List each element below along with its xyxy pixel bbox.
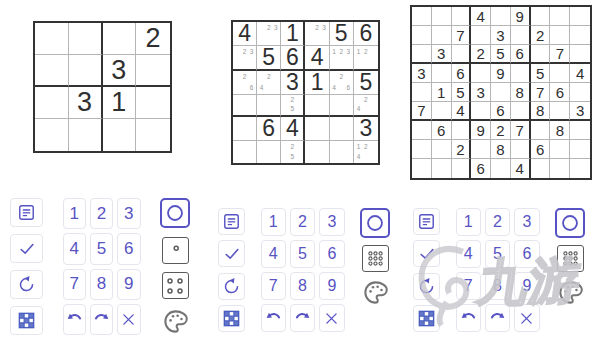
cell-r1c9[interactable] [570, 7, 590, 26]
cell-r4c1[interactable] [233, 95, 257, 117]
pencil-digit: 1 [331, 47, 338, 58]
given-digit: 5 [360, 71, 373, 94]
pencil-digit: 4 [331, 83, 338, 94]
given-digit: 5 [262, 46, 275, 69]
side-button-column [10, 198, 43, 335]
cell-r2c7[interactable]: 2 [531, 26, 551, 45]
given-digit: 3 [286, 71, 299, 94]
undo-button[interactable] [261, 304, 286, 332]
digit-2-button[interactable]: 2 [290, 208, 315, 236]
cell-r4c4[interactable] [471, 64, 491, 83]
cell-r4c2[interactable] [257, 95, 281, 117]
cell-r7c3[interactable] [452, 121, 472, 140]
digit-7-button[interactable]: 7 [261, 272, 286, 300]
cell-r3c9[interactable] [570, 45, 590, 64]
digit-8-button[interactable]: 8 [485, 272, 510, 300]
given-digit: 9 [477, 123, 485, 138]
cell-r4c5[interactable] [330, 95, 354, 117]
notes-icon [417, 212, 436, 231]
pencil-digit: 2 [265, 23, 272, 34]
digit-6-button[interactable]: 6 [117, 233, 140, 264]
cell-r1c4[interactable]: 4 [471, 7, 491, 26]
sudoku-board-6x6: 4231235623564123122624312465252464325124 [231, 20, 380, 165]
cell-r2c5[interactable]: 3 [491, 26, 511, 45]
cell-r1c1[interactable] [412, 7, 432, 26]
dice-4-button[interactable] [162, 272, 189, 299]
given-digit: 6 [536, 142, 544, 157]
cell-r6c1[interactable]: 7 [412, 102, 432, 121]
cell-r1c3[interactable] [452, 7, 472, 26]
cell-r4c4[interactable] [136, 119, 170, 151]
given-digit: 4 [576, 66, 584, 81]
pencil-digit: 2 [338, 72, 345, 83]
digit-9-button[interactable]: 9 [514, 272, 539, 300]
cell-r4c1[interactable] [35, 119, 69, 151]
x-icon [120, 311, 137, 328]
given-digit: 6 [516, 46, 524, 61]
given-digit: 7 [516, 123, 524, 138]
cell-r5c6[interactable]: 8 [511, 83, 531, 102]
given-digit: 3 [417, 66, 425, 81]
given-digit: 8 [516, 85, 524, 100]
grid-icon [222, 309, 241, 328]
cell-r2c2[interactable] [432, 26, 452, 45]
digit-1-button[interactable]: 1 [261, 208, 286, 236]
circle-icon [364, 212, 386, 234]
digit-5-button[interactable]: 5 [485, 240, 510, 268]
cell-r8c7[interactable]: 6 [531, 140, 551, 159]
cell-r2c3[interactable]: 6 [281, 46, 305, 71]
cell-r6c3[interactable]: 25 [281, 141, 305, 163]
palette-button[interactable] [557, 279, 584, 306]
mode-button-column [555, 208, 585, 332]
given-digit: 6 [262, 117, 275, 140]
cell-r7c5[interactable]: 2 [491, 121, 511, 140]
pencil-digit: 6 [248, 83, 255, 94]
cell-r2c8[interactable] [550, 26, 570, 45]
cell-r2c2[interactable] [69, 55, 103, 87]
dice-4-icon [163, 274, 187, 298]
cell-r6c8[interactable] [550, 102, 570, 121]
cell-r9c9[interactable] [570, 159, 590, 178]
palette-icon [362, 279, 389, 306]
cell-r5c5[interactable] [330, 117, 354, 141]
cell-r6c6[interactable] [511, 102, 531, 121]
digit-2-button[interactable]: 2 [90, 198, 113, 229]
cell-r4c4[interactable] [305, 95, 329, 117]
pencil-digit: 6 [345, 83, 352, 94]
given-digit: 4 [311, 46, 324, 69]
sudoku-board-9x9: 497323256736954153876746836927828664 [410, 5, 592, 180]
check-icon [17, 239, 37, 259]
digit-6-button[interactable]: 6 [319, 240, 344, 268]
number-pad: 123456789 [261, 208, 345, 332]
pencil-marks: 12 [355, 47, 377, 68]
x-icon [518, 310, 535, 327]
given-digit: 5 [536, 66, 544, 81]
pencil-digit: 5 [289, 105, 296, 114]
mode-button-column [160, 198, 190, 335]
number-pad: 123456789 [456, 208, 540, 332]
restart-icon [17, 275, 36, 294]
given-digit: 6 [477, 161, 485, 176]
number-pad: 123456789 [63, 198, 141, 335]
digit-5-button[interactable]: 5 [290, 240, 315, 268]
palette-button[interactable] [362, 279, 389, 306]
digit-5-button[interactable]: 5 [90, 233, 113, 264]
cell-r9c6[interactable]: 4 [511, 159, 531, 178]
dice-1-icon [163, 238, 187, 262]
cell-r8c3[interactable]: 2 [452, 140, 472, 159]
cell-r3c5[interactable]: 5 [491, 45, 511, 64]
cell-r2c1[interactable]: 23 [233, 46, 257, 71]
cell-r5c6[interactable]: 3 [354, 117, 378, 141]
digit-3-button[interactable]: 3 [117, 198, 140, 229]
cell-r1c5[interactable]: 5 [330, 22, 354, 46]
cell-r9c2[interactable] [432, 159, 452, 178]
check-button[interactable] [413, 240, 440, 267]
cell-r3c3[interactable]: 3 [281, 71, 305, 95]
cell-r4c9[interactable]: 4 [570, 64, 590, 83]
digit-4-button[interactable]: 4 [63, 233, 86, 264]
given-digit: 1 [311, 71, 324, 94]
cell-r1c6[interactable]: 6 [354, 22, 378, 46]
given-digit: 9 [516, 9, 524, 24]
digit-2-button[interactable]: 2 [485, 208, 510, 236]
dots-9-button[interactable] [557, 245, 584, 272]
pencil-digit: 3 [272, 23, 279, 34]
check-button[interactable] [218, 240, 245, 267]
cell-r5c3[interactable]: 5 [452, 83, 472, 102]
cell-r5c1[interactable] [412, 83, 432, 102]
pencil-marks: 23 [258, 23, 279, 44]
cell-r3c1[interactable]: 26 [233, 71, 257, 95]
restart-icon [417, 277, 436, 296]
pencil-marks: 246 [331, 72, 352, 93]
keypad-panel-4x4: 123456789 [10, 198, 190, 335]
pencil-digit: 2 [362, 47, 369, 58]
given-digit: 2 [496, 123, 504, 138]
cell-r4c6[interactable]: 24 [354, 95, 378, 117]
cell-r4c3[interactable]: 6 [452, 64, 472, 83]
cell-r9c4[interactable]: 6 [471, 159, 491, 178]
restart-button[interactable] [413, 273, 440, 300]
circle-mode-button[interactable] [555, 208, 585, 238]
cell-r4c2[interactable] [69, 119, 103, 151]
redo-button[interactable] [90, 304, 113, 335]
pencil-digit: 2 [314, 23, 321, 34]
pencil-marks: 24 [355, 96, 377, 114]
cell-r6c2[interactable] [432, 102, 452, 121]
given-digit: 8 [556, 123, 564, 138]
cell-r1c7[interactable] [531, 7, 551, 26]
cell-r6c1[interactable] [233, 141, 257, 163]
cell-r8c4[interactable] [471, 140, 491, 159]
cell-r3c6[interactable]: 6 [511, 45, 531, 64]
cell-r5c4[interactable] [305, 117, 329, 141]
cell-r3c4[interactable] [136, 87, 170, 119]
cell-r3c6[interactable]: 5 [354, 71, 378, 95]
cell-r6c9[interactable]: 3 [570, 102, 590, 121]
palette-button[interactable] [162, 308, 189, 335]
cell-r1c4[interactable]: 23 [305, 22, 329, 46]
undo-button[interactable] [63, 304, 86, 335]
cell-r3c2[interactable]: 3 [69, 87, 103, 119]
cell-r5c5[interactable] [491, 83, 511, 102]
cell-r2c3[interactable]: 3 [103, 55, 137, 87]
given-digit: 7 [417, 103, 425, 118]
given-digit: 7 [536, 85, 544, 100]
digit-1-button[interactable]: 1 [456, 208, 481, 236]
cell-r4c5[interactable]: 9 [491, 64, 511, 83]
restart-icon [222, 277, 241, 296]
pencil-digit: 1 [355, 142, 362, 152]
pencil-marks: 124 [355, 142, 377, 162]
cell-r1c3[interactable]: 1 [281, 22, 305, 46]
clear-button[interactable] [319, 304, 344, 332]
cell-r4c8[interactable] [550, 64, 570, 83]
digit-3-button[interactable]: 3 [319, 208, 344, 236]
side-button-column [218, 208, 245, 332]
cell-r6c5[interactable]: 6 [491, 102, 511, 121]
circle-mode-button[interactable] [360, 208, 390, 238]
notes-button[interactable] [413, 208, 440, 235]
cell-r7c2[interactable]: 6 [432, 121, 452, 140]
pencil-digit: 1 [355, 47, 362, 58]
cell-r1c1[interactable] [35, 23, 69, 55]
given-digit: 7 [456, 28, 464, 43]
dice-1-button[interactable] [162, 237, 189, 264]
given-digit: 6 [286, 46, 299, 69]
pencil-digit: 4 [258, 83, 265, 94]
notes-button[interactable] [10, 198, 43, 227]
clear-button[interactable] [514, 304, 539, 332]
pencil-marks: 123 [331, 47, 352, 68]
pencil-digit: 3 [248, 47, 255, 58]
grid-button[interactable] [218, 305, 245, 332]
cell-r7c4[interactable]: 9 [471, 121, 491, 140]
pencil-digit: 3 [345, 47, 352, 58]
digit-8-button[interactable]: 8 [290, 272, 315, 300]
given-digit: 2 [456, 142, 464, 157]
pencil-digit: 2 [265, 72, 272, 83]
palette-icon [557, 279, 584, 306]
given-digit: 8 [536, 103, 544, 118]
undo-arrow-icon [458, 308, 479, 329]
given-digit: 5 [456, 85, 464, 100]
given-digit: 6 [456, 66, 464, 81]
cell-r6c4[interactable] [471, 102, 491, 121]
cell-r1c2[interactable] [69, 23, 103, 55]
given-digit: 4 [516, 161, 524, 176]
cell-r8c2[interactable] [432, 140, 452, 159]
grid-button[interactable] [413, 305, 440, 332]
cell-r4c3[interactable]: 25 [281, 95, 305, 117]
pencil-digit: 2 [338, 47, 345, 58]
redo-arrow-icon [91, 309, 112, 330]
cell-r9c1[interactable] [412, 159, 432, 178]
sudoku-board-4x4: 2331 [33, 21, 172, 153]
given-digit: 4 [286, 117, 299, 140]
cell-r5c8[interactable]: 6 [550, 83, 570, 102]
cell-r2c4[interactable]: 4 [305, 46, 329, 71]
cell-r3c5[interactable]: 246 [330, 71, 354, 95]
redo-button[interactable] [290, 304, 315, 332]
cell-r1c1[interactable]: 4 [233, 22, 257, 46]
pencil-marks: 24 [258, 72, 279, 93]
cell-r3c8[interactable]: 7 [550, 45, 570, 64]
cell-r8c1[interactable] [412, 140, 432, 159]
given-digit: 5 [496, 46, 504, 61]
digit-4-button[interactable]: 4 [261, 240, 286, 268]
pencil-marks: 25 [282, 142, 302, 162]
cell-r3c2[interactable]: 3 [432, 45, 452, 64]
given-digit: 1 [286, 22, 299, 45]
cell-r9c3[interactable] [452, 159, 472, 178]
grid-button[interactable] [10, 306, 43, 335]
cell-r9c8[interactable] [550, 159, 570, 178]
cell-r6c4[interactable] [305, 141, 329, 163]
pencil-digit: 4 [355, 152, 362, 162]
cell-r6c6[interactable]: 124 [354, 141, 378, 163]
cell-r7c1[interactable] [412, 121, 432, 140]
cell-r2c1[interactable] [412, 26, 432, 45]
cell-r6c5[interactable] [330, 141, 354, 163]
cell-r3c3[interactable] [452, 45, 472, 64]
cell-r2c3[interactable]: 7 [452, 26, 472, 45]
cell-r7c8[interactable]: 8 [550, 121, 570, 140]
cell-r5c2[interactable]: 6 [257, 117, 281, 141]
cell-r8c8[interactable] [550, 140, 570, 159]
redo-button[interactable] [485, 304, 510, 332]
cell-r3c4[interactable]: 2 [471, 45, 491, 64]
cell-r5c2[interactable]: 1 [432, 83, 452, 102]
given-digit: 3 [496, 28, 504, 43]
redo-arrow-icon [292, 308, 313, 329]
cell-r3c4[interactable]: 1 [305, 71, 329, 95]
given-digit: 6 [437, 123, 445, 138]
x-icon [323, 310, 340, 327]
cell-r6c3[interactable]: 4 [452, 102, 472, 121]
check-icon [222, 244, 242, 264]
cell-r1c2[interactable]: 23 [257, 22, 281, 46]
cell-r2c9[interactable] [570, 26, 590, 45]
cell-r1c5[interactable] [491, 7, 511, 26]
dots-9-icon [560, 248, 581, 269]
cell-r2c4[interactable] [471, 26, 491, 45]
given-digit: 6 [556, 85, 564, 100]
keypad-panel-6x6: 123456789 [218, 208, 390, 332]
cell-r7c9[interactable] [570, 121, 590, 140]
cell-r4c6[interactable] [511, 64, 531, 83]
cell-r5c3[interactable]: 4 [281, 117, 305, 141]
digit-3-button[interactable]: 3 [514, 208, 539, 236]
cell-r6c2[interactable] [257, 141, 281, 163]
cell-r2c6[interactable]: 12 [354, 46, 378, 71]
cell-r5c9[interactable] [570, 83, 590, 102]
digit-7-button[interactable]: 7 [63, 269, 86, 300]
cell-r2c4[interactable] [136, 55, 170, 87]
digit-1-button[interactable]: 1 [63, 198, 86, 229]
notes-button[interactable] [218, 208, 245, 235]
cell-r1c4[interactable]: 2 [136, 23, 170, 55]
circle-mode-button[interactable] [160, 198, 190, 228]
pencil-digit: 2 [362, 96, 369, 105]
redo-arrow-icon [487, 308, 508, 329]
cell-r4c7[interactable]: 5 [531, 64, 551, 83]
palette-icon [162, 308, 189, 335]
cell-r4c3[interactable] [103, 119, 137, 151]
given-digit: 3 [360, 117, 373, 140]
digit-6-button[interactable]: 6 [514, 240, 539, 268]
check-icon [417, 244, 437, 264]
cell-r6c7[interactable]: 8 [531, 102, 551, 121]
cell-r4c1[interactable]: 3 [412, 64, 432, 83]
cell-r1c6[interactable]: 9 [511, 7, 531, 26]
cell-r5c4[interactable]: 3 [471, 83, 491, 102]
cell-r9c5[interactable] [491, 159, 511, 178]
cell-r2c5[interactable]: 123 [330, 46, 354, 71]
cell-r7c6[interactable]: 7 [511, 121, 531, 140]
given-digit: 7 [556, 46, 564, 61]
circle-icon [559, 212, 581, 234]
cell-r3c3[interactable]: 1 [103, 87, 137, 119]
clear-button[interactable] [117, 304, 140, 335]
notes-icon [17, 203, 36, 222]
restart-button[interactable] [218, 273, 245, 300]
cell-r8c9[interactable] [570, 140, 590, 159]
undo-arrow-icon [263, 308, 284, 329]
digit-4-button[interactable]: 4 [456, 240, 481, 268]
pencil-digit: 2 [241, 72, 248, 83]
cell-r3c7[interactable] [531, 45, 551, 64]
pencil-digit: 2 [289, 96, 296, 105]
cell-r1c8[interactable] [550, 7, 570, 26]
given-digit: 4 [477, 9, 485, 24]
undo-button[interactable] [456, 304, 481, 332]
cell-r8c6[interactable] [511, 140, 531, 159]
digit-9-button[interactable]: 9 [117, 269, 140, 300]
dots-9-button[interactable] [362, 245, 389, 272]
digit-7-button[interactable]: 7 [456, 272, 481, 300]
side-button-column [413, 208, 440, 332]
cell-r3c1[interactable] [35, 87, 69, 119]
cell-r2c6[interactable] [511, 26, 531, 45]
cell-r8c5[interactable]: 8 [491, 140, 511, 159]
cell-r5c7[interactable]: 7 [531, 83, 551, 102]
given-digit: 6 [496, 103, 504, 118]
given-digit: 3 [111, 57, 126, 84]
cell-r7c7[interactable] [531, 121, 551, 140]
digit-8-button[interactable]: 8 [90, 269, 113, 300]
given-digit: 4 [456, 103, 464, 118]
cell-r5c1[interactable] [233, 117, 257, 141]
cell-r1c2[interactable] [432, 7, 452, 26]
cell-r3c2[interactable]: 24 [257, 71, 281, 95]
digit-9-button[interactable]: 9 [319, 272, 344, 300]
restart-button[interactable] [10, 270, 43, 299]
check-button[interactable] [10, 234, 43, 263]
grid-icon [417, 309, 436, 328]
cell-r1c3[interactable] [103, 23, 137, 55]
mode-button-column [360, 208, 390, 332]
cell-r2c2[interactable]: 5 [257, 46, 281, 71]
cell-r3c1[interactable] [412, 45, 432, 64]
cell-r9c7[interactable] [531, 159, 551, 178]
cell-r2c1[interactable] [35, 55, 69, 87]
keypad-panel-9x9: 123456789 [413, 208, 585, 332]
cell-r4c2[interactable] [432, 64, 452, 83]
